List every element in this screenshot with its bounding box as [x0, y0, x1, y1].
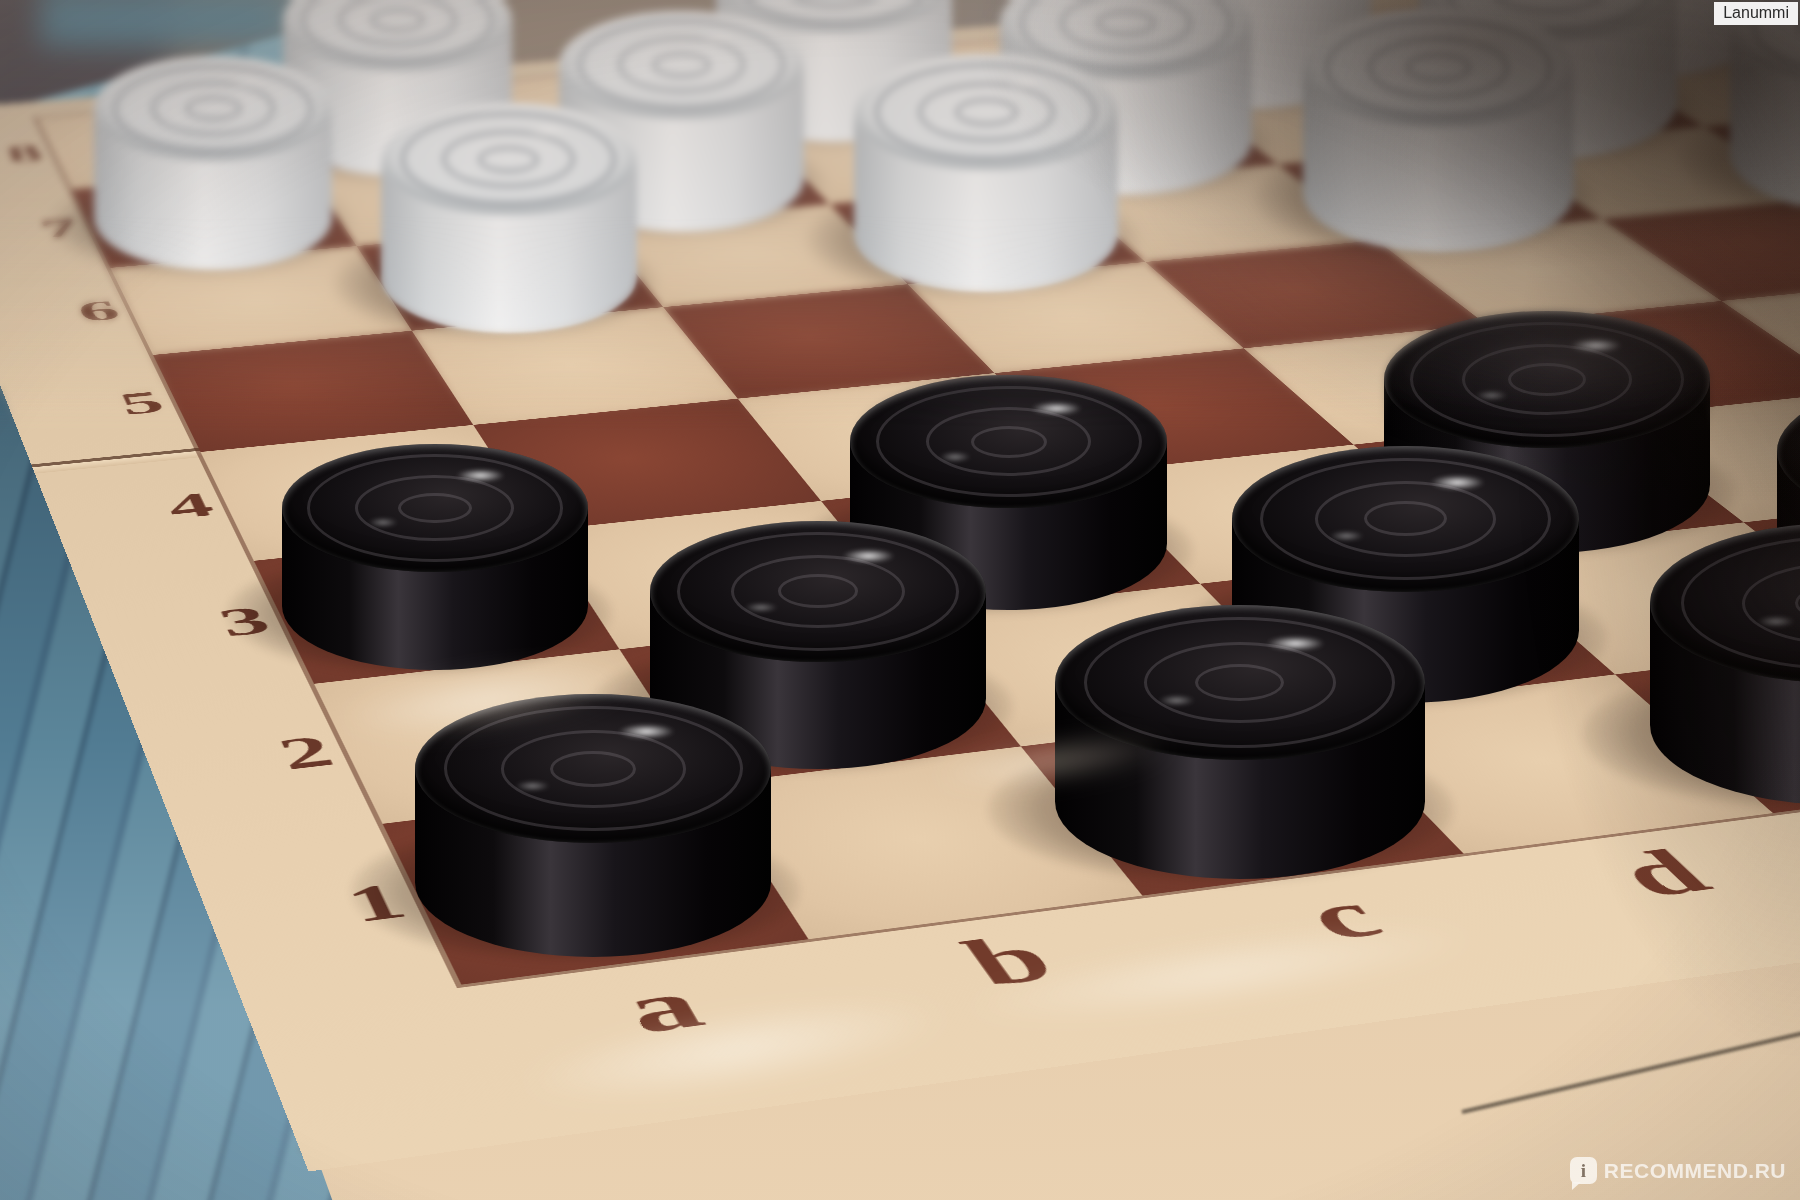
recommend-ru-watermark: i RECOMMEND.RU: [1570, 1157, 1786, 1184]
board-edge-line: [1462, 1029, 1800, 1114]
rank-label-5: 5: [36, 384, 171, 429]
rank-label-4: 4: [77, 485, 220, 536]
board-grid-outline: [33, 0, 1800, 988]
rank-label-6: 6: [0, 294, 125, 335]
rank-label-1: 1: [239, 872, 416, 947]
checkers-board: 12345678abcdefgh: [0, 0, 1800, 1171]
rank-label-8: 8: [0, 140, 48, 173]
watermark-lanummi: Lanummi: [1714, 2, 1798, 25]
rank-label-7: 7: [0, 213, 85, 250]
rank-label-3: 3: [125, 598, 278, 656]
recommend-ru-label: RECOMMEND.RU: [1604, 1159, 1786, 1183]
rank-label-2: 2: [178, 726, 342, 792]
checkers-photo-scene: 12345678abcdefgh Lanummi i RECOMMEND.RU: [0, 0, 1800, 1200]
speech-bubble-i-icon: i: [1570, 1157, 1597, 1184]
